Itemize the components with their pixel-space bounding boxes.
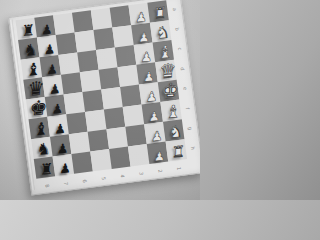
rank-label: 8	[41, 176, 52, 196]
square[interactable]: ♟	[53, 154, 74, 176]
rank-label: 2	[154, 161, 165, 181]
square[interactable]	[106, 127, 127, 149]
square[interactable]	[77, 50, 98, 72]
black-pawn[interactable]: ♟	[59, 161, 71, 175]
black-rook[interactable]: ♜	[21, 23, 35, 39]
square[interactable]: ♟	[37, 35, 58, 57]
black-knight[interactable]: ♞	[23, 42, 38, 60]
rank-label: 1	[173, 159, 184, 179]
black-pawn[interactable]: ♟	[56, 142, 68, 156]
square[interactable]	[115, 45, 136, 67]
rank-label: 6	[79, 171, 90, 191]
square[interactable]: ♟	[50, 134, 71, 156]
white-rook[interactable]: ♜	[171, 144, 185, 160]
square[interactable]: ♟	[45, 95, 66, 117]
square[interactable]: ♟	[42, 75, 63, 97]
square[interactable]: ♟	[40, 55, 61, 77]
square[interactable]: ♚	[26, 97, 47, 119]
square[interactable]	[110, 5, 131, 27]
square[interactable]: ♜	[15, 18, 36, 40]
square[interactable]	[128, 144, 149, 166]
square[interactable]	[71, 152, 92, 174]
square[interactable]	[72, 10, 93, 32]
square[interactable]	[90, 149, 111, 171]
square[interactable]	[109, 147, 130, 169]
rank-label: 7	[60, 174, 71, 194]
rank-label: 3	[135, 164, 146, 184]
black-king[interactable]: ♚	[29, 97, 47, 119]
square[interactable]	[91, 8, 112, 30]
square[interactable]: ♟	[144, 122, 165, 144]
square[interactable]	[66, 112, 87, 134]
white-pawn[interactable]: ♟	[150, 129, 162, 143]
square[interactable]	[64, 92, 85, 114]
square[interactable]: ♜	[166, 139, 187, 161]
square[interactable]	[85, 109, 106, 131]
square[interactable]	[104, 107, 125, 129]
white-knight[interactable]: ♞	[155, 24, 170, 42]
rank-label: 5	[98, 169, 109, 189]
square[interactable]	[82, 90, 103, 112]
chess-board-mat: ♜♟♟♜♞♟♟♞♝♟♟♝♛♟♟♛♚♟♟♚♝♟♟♝♞♟♟♞♜♟♟♜ 8765432…	[8, 0, 200, 196]
file-label: a	[164, 3, 185, 17]
black-knight[interactable]: ♞	[36, 141, 51, 159]
black-pawn[interactable]: ♟	[41, 23, 53, 37]
square[interactable]	[93, 28, 114, 50]
black-pawn[interactable]: ♟	[43, 42, 55, 56]
square[interactable]	[69, 132, 90, 154]
white-king[interactable]: ♚	[161, 80, 179, 102]
square[interactable]: ♟	[147, 142, 168, 164]
square[interactable]: ♞	[150, 20, 171, 42]
white-pawn[interactable]: ♟	[153, 149, 165, 163]
square[interactable]: ♜	[34, 157, 55, 179]
white-rook[interactable]: ♜	[153, 6, 167, 22]
square[interactable]: ♟	[47, 114, 68, 136]
black-pawn[interactable]: ♟	[48, 82, 60, 96]
square[interactable]: ♟	[136, 62, 157, 84]
square[interactable]: ♟	[142, 102, 163, 124]
square[interactable]	[61, 72, 82, 94]
square[interactable]: ♟	[139, 82, 160, 104]
black-pawn[interactable]: ♟	[46, 62, 58, 76]
square[interactable]	[75, 30, 96, 52]
black-rook[interactable]: ♜	[39, 162, 53, 178]
file-label: b	[167, 22, 188, 36]
white-bishop[interactable]: ♝	[165, 103, 181, 122]
square[interactable]	[88, 129, 109, 151]
white-pawn[interactable]: ♟	[143, 70, 155, 84]
square[interactable]	[99, 67, 120, 89]
square[interactable]	[56, 33, 77, 55]
square[interactable]: ♞	[18, 38, 39, 60]
white-pawn[interactable]: ♟	[148, 109, 160, 123]
square[interactable]	[101, 87, 122, 109]
square[interactable]: ♚	[158, 80, 179, 102]
board-grid[interactable]: ♜♟♟♜♞♟♟♞♝♟♟♝♛♟♟♛♚♟♟♚♝♟♟♝♞♟♟♞♜♟♟♜	[15, 0, 187, 178]
square[interactable]: ♜	[147, 0, 168, 22]
square[interactable]: ♞	[163, 119, 184, 141]
square[interactable]: ♟	[131, 23, 152, 45]
square[interactable]: ♟	[34, 15, 55, 37]
square[interactable]: ♟	[134, 42, 155, 64]
square[interactable]	[58, 52, 79, 74]
white-knight[interactable]: ♞	[168, 124, 183, 142]
square[interactable]	[117, 65, 138, 87]
square[interactable]	[125, 124, 146, 146]
square[interactable]: ♟	[128, 3, 149, 25]
square[interactable]	[96, 47, 117, 69]
rank-label: 4	[117, 166, 128, 186]
square[interactable]	[120, 85, 141, 107]
square[interactable]	[80, 70, 101, 92]
white-pawn[interactable]: ♟	[135, 10, 147, 24]
square[interactable]	[112, 25, 133, 47]
square[interactable]: ♞	[31, 137, 52, 159]
black-pawn[interactable]: ♟	[54, 122, 66, 136]
square[interactable]	[123, 104, 144, 126]
square[interactable]	[53, 13, 74, 35]
black-bishop[interactable]: ♝	[33, 120, 49, 139]
black-pawn[interactable]: ♟	[51, 102, 63, 116]
white-pawn[interactable]: ♟	[140, 50, 152, 64]
white-pawn[interactable]: ♟	[137, 30, 149, 44]
white-pawn[interactable]: ♟	[145, 89, 157, 103]
